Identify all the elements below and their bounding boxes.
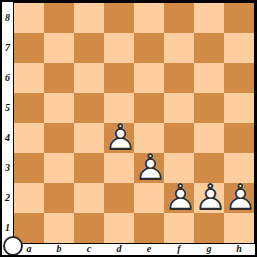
square-b5[interactable]	[44, 93, 74, 123]
square-c8[interactable]	[74, 3, 104, 33]
square-f8[interactable]	[164, 3, 194, 33]
square-f1[interactable]	[164, 213, 194, 243]
file-label-g: g	[194, 244, 224, 255]
square-e3[interactable]: ♟♙	[134, 153, 164, 183]
rank-label-3: 3	[2, 153, 13, 183]
white-pawn-outline: ♙	[224, 182, 254, 212]
file-label-f: f	[164, 244, 194, 255]
file-label-e: e	[134, 244, 164, 255]
square-f2[interactable]: ♟♙	[164, 183, 194, 213]
square-f7[interactable]	[164, 33, 194, 63]
square-g6[interactable]	[194, 63, 224, 93]
square-d5[interactable]	[104, 93, 134, 123]
square-c2[interactable]	[74, 183, 104, 213]
square-h6[interactable]	[224, 63, 254, 93]
square-f3[interactable]	[164, 153, 194, 183]
white-to-move-indicator	[3, 236, 23, 256]
white-pawn-outline: ♙	[164, 182, 194, 212]
square-b6[interactable]	[44, 63, 74, 93]
square-e7[interactable]	[134, 33, 164, 63]
square-a7[interactable]	[14, 33, 44, 63]
square-f6[interactable]	[164, 63, 194, 93]
rank-label-7: 7	[2, 33, 13, 63]
square-b2[interactable]	[44, 183, 74, 213]
white-pawn-outline: ♙	[104, 122, 134, 152]
square-g3[interactable]	[194, 153, 224, 183]
square-a2[interactable]	[14, 183, 44, 213]
square-b3[interactable]	[44, 153, 74, 183]
square-b4[interactable]	[44, 123, 74, 153]
square-h7[interactable]	[224, 33, 254, 63]
white-pawn[interactable]: ♟♙	[134, 153, 164, 183]
square-c6[interactable]	[74, 63, 104, 93]
white-pawn-outline: ♙	[134, 152, 164, 182]
square-f5[interactable]	[164, 93, 194, 123]
chess-board: ♟♙♟♙♟♙♟♙♟♙	[13, 2, 255, 244]
square-g4[interactable]	[194, 123, 224, 153]
square-b1[interactable]	[44, 213, 74, 243]
square-c4[interactable]	[74, 123, 104, 153]
rank-labels: 87654321	[2, 3, 13, 243]
square-e8[interactable]	[134, 3, 164, 33]
square-e2[interactable]	[134, 183, 164, 213]
square-c1[interactable]	[74, 213, 104, 243]
file-labels: abcdefgh	[14, 244, 254, 255]
file-label-c: c	[74, 244, 104, 255]
square-h4[interactable]	[224, 123, 254, 153]
square-b8[interactable]	[44, 3, 74, 33]
white-pawn-fill: ♟	[134, 152, 164, 182]
file-label-h: h	[224, 244, 254, 255]
white-pawn[interactable]: ♟♙	[224, 183, 254, 213]
white-pawn[interactable]: ♟♙	[194, 183, 224, 213]
white-pawn-fill: ♟	[104, 122, 134, 152]
square-g2[interactable]: ♟♙	[194, 183, 224, 213]
square-d8[interactable]	[104, 3, 134, 33]
square-a4[interactable]	[14, 123, 44, 153]
square-h8[interactable]	[224, 3, 254, 33]
square-a5[interactable]	[14, 93, 44, 123]
white-pawn[interactable]: ♟♙	[104, 123, 134, 153]
square-d2[interactable]	[104, 183, 134, 213]
square-h1[interactable]	[224, 213, 254, 243]
square-a3[interactable]	[14, 153, 44, 183]
rank-label-2: 2	[2, 183, 13, 213]
square-h5[interactable]	[224, 93, 254, 123]
square-e1[interactable]	[134, 213, 164, 243]
square-e6[interactable]	[134, 63, 164, 93]
rank-label-4: 4	[2, 123, 13, 153]
square-d7[interactable]	[104, 33, 134, 63]
square-b7[interactable]	[44, 33, 74, 63]
white-pawn-fill: ♟	[194, 182, 224, 212]
square-e5[interactable]	[134, 93, 164, 123]
square-g1[interactable]	[194, 213, 224, 243]
square-c5[interactable]	[74, 93, 104, 123]
white-pawn-outline: ♙	[194, 182, 224, 212]
white-pawn-fill: ♟	[224, 182, 254, 212]
square-h2[interactable]: ♟♙	[224, 183, 254, 213]
white-pawn[interactable]: ♟♙	[164, 183, 194, 213]
rank-label-5: 5	[2, 93, 13, 123]
file-label-b: b	[44, 244, 74, 255]
square-a6[interactable]	[14, 63, 44, 93]
file-label-d: d	[104, 244, 134, 255]
square-d3[interactable]	[104, 153, 134, 183]
square-e4[interactable]	[134, 123, 164, 153]
square-g5[interactable]	[194, 93, 224, 123]
square-c3[interactable]	[74, 153, 104, 183]
square-f4[interactable]	[164, 123, 194, 153]
square-h3[interactable]	[224, 153, 254, 183]
rank-label-6: 6	[2, 63, 13, 93]
square-d6[interactable]	[104, 63, 134, 93]
square-g7[interactable]	[194, 33, 224, 63]
square-g8[interactable]	[194, 3, 224, 33]
square-a8[interactable]	[14, 3, 44, 33]
square-d1[interactable]	[104, 213, 134, 243]
rank-label-8: 8	[2, 3, 13, 33]
chess-diagram: ♟♙♟♙♟♙♟♙♟♙ 87654321 abcdefgh	[0, 0, 257, 257]
square-c7[interactable]	[74, 33, 104, 63]
square-d4[interactable]: ♟♙	[104, 123, 134, 153]
white-pawn-fill: ♟	[164, 182, 194, 212]
